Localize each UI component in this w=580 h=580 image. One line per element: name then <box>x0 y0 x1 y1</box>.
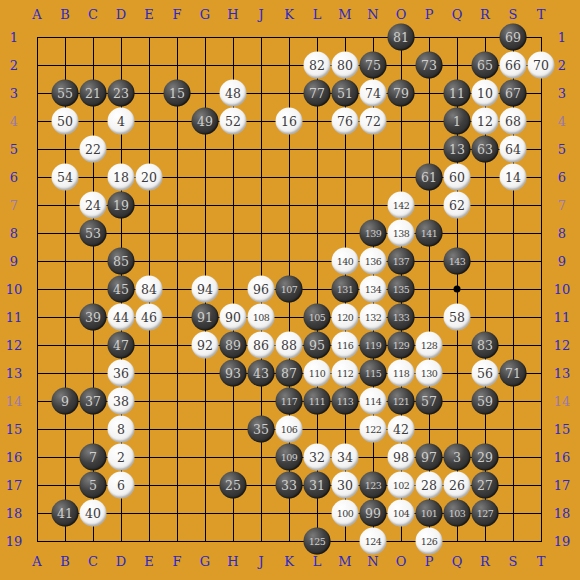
black-stone-83-R12: 83 <box>472 332 499 359</box>
row-label-right-2: 2 <box>558 59 566 72</box>
white-stone-12-R4: 12 <box>472 108 499 135</box>
white-stone-72-N4: 72 <box>360 108 387 135</box>
white-stone-2-D16: 2 <box>108 444 135 471</box>
black-stone-45-D10: 45 <box>108 276 135 303</box>
col-label-top-O: O <box>396 8 407 21</box>
black-stone-99-N18: 99 <box>360 500 387 527</box>
white-stone-36-D13: 36 <box>108 360 135 387</box>
col-label-top-J: J <box>258 8 263 21</box>
black-stone-75-N2: 75 <box>360 52 387 79</box>
black-stone-95-L12: 95 <box>304 332 331 359</box>
white-stone-88-K12: 88 <box>276 332 303 359</box>
white-stone-50-B4: 50 <box>52 108 79 135</box>
white-stone-140-M9: 140 <box>332 248 359 275</box>
row-label-right-8: 8 <box>558 227 566 240</box>
black-stone-137-O9: 137 <box>388 248 415 275</box>
white-stone-90-H11: 90 <box>220 304 247 331</box>
col-label-bottom-J: J <box>258 555 263 568</box>
white-stone-74-N3: 74 <box>360 80 387 107</box>
col-label-top-G: G <box>200 8 210 21</box>
col-label-top-F: F <box>172 8 181 21</box>
black-stone-89-H12: 89 <box>220 332 247 359</box>
row-label-left-14: 14 <box>6 395 23 408</box>
col-label-bottom-H: H <box>227 555 238 568</box>
black-stone-65-R2: 65 <box>472 52 499 79</box>
black-stone-43-J13: 43 <box>248 360 275 387</box>
white-stone-96-J10: 96 <box>248 276 275 303</box>
white-stone-62-Q7: 62 <box>444 192 471 219</box>
white-stone-48-H3: 48 <box>220 80 247 107</box>
col-label-top-C: C <box>88 8 98 21</box>
black-stone-59-R14: 59 <box>472 388 499 415</box>
white-stone-10-R3: 10 <box>472 80 499 107</box>
row-label-right-3: 3 <box>558 87 566 100</box>
row-label-left-12: 12 <box>6 339 23 352</box>
row-label-right-5: 5 <box>558 143 566 156</box>
row-label-left-15: 15 <box>6 423 23 436</box>
black-stone-61-P6: 61 <box>416 164 443 191</box>
white-stone-142-O7: 142 <box>388 192 415 219</box>
col-label-bottom-S: S <box>509 555 518 568</box>
black-stone-37-C14: 37 <box>80 388 107 415</box>
white-stone-8-D15: 8 <box>108 416 135 443</box>
black-stone-71-S13: 71 <box>500 360 527 387</box>
col-label-bottom-E: E <box>144 555 154 568</box>
black-stone-31-L17: 31 <box>304 472 331 499</box>
black-stone-97-P16: 97 <box>416 444 443 471</box>
white-stone-82-L2: 82 <box>304 52 331 79</box>
row-label-right-6: 6 <box>558 171 566 184</box>
col-label-bottom-R: R <box>480 555 490 568</box>
black-stone-33-K17: 33 <box>276 472 303 499</box>
row-label-left-17: 17 <box>6 479 23 492</box>
white-stone-94-G10: 94 <box>192 276 219 303</box>
white-stone-80-M2: 80 <box>332 52 359 79</box>
black-stone-87-K13: 87 <box>276 360 303 387</box>
row-label-right-19: 19 <box>554 535 571 548</box>
row-label-left-2: 2 <box>10 59 18 72</box>
white-stone-26-Q17: 26 <box>444 472 471 499</box>
col-label-bottom-D: D <box>116 555 126 568</box>
row-label-left-9: 9 <box>10 255 18 268</box>
white-stone-16-K4: 16 <box>276 108 303 135</box>
row-label-left-18: 18 <box>6 507 23 520</box>
row-label-right-4: 4 <box>558 115 566 128</box>
white-stone-102-O17: 102 <box>388 472 415 499</box>
row-label-right-13: 13 <box>554 367 571 380</box>
white-stone-38-D14: 38 <box>108 388 135 415</box>
white-stone-110-L13: 110 <box>304 360 331 387</box>
black-stone-113-M14: 113 <box>332 388 359 415</box>
black-stone-111-L14: 111 <box>304 388 331 415</box>
black-stone-39-C11: 39 <box>80 304 107 331</box>
row-label-right-16: 16 <box>554 451 571 464</box>
col-label-top-S: S <box>509 8 518 21</box>
white-stone-32-L16: 32 <box>304 444 331 471</box>
white-stone-70-T2: 70 <box>528 52 555 79</box>
row-label-right-15: 15 <box>554 423 571 436</box>
white-stone-134-N10: 134 <box>360 276 387 303</box>
black-stone-1-Q4: 1 <box>444 108 471 135</box>
white-stone-98-O16: 98 <box>388 444 415 471</box>
black-stone-77-L3: 77 <box>304 80 331 107</box>
row-label-right-17: 17 <box>554 479 571 492</box>
white-stone-104-O18: 104 <box>388 500 415 527</box>
col-label-bottom-K: K <box>284 555 294 568</box>
col-label-top-D: D <box>116 8 126 21</box>
black-stone-11-Q3: 11 <box>444 80 471 107</box>
white-stone-112-M13: 112 <box>332 360 359 387</box>
white-stone-56-R13: 56 <box>472 360 499 387</box>
black-stone-51-M3: 51 <box>332 80 359 107</box>
black-stone-9-B14: 9 <box>52 388 79 415</box>
white-stone-66-S2: 66 <box>500 52 527 79</box>
col-label-top-L: L <box>313 8 322 21</box>
white-stone-24-C7: 24 <box>80 192 107 219</box>
white-stone-86-J12: 86 <box>248 332 275 359</box>
white-stone-118-O13: 118 <box>388 360 415 387</box>
row-label-right-1: 1 <box>558 31 566 44</box>
white-stone-120-M11: 120 <box>332 304 359 331</box>
go-board[interactable]: AABBCCDDEEFFGGHHJJKKLLMMNNOOPPQQRRSSTT11… <box>0 0 580 580</box>
col-label-top-M: M <box>338 8 351 21</box>
black-stone-63-R5: 63 <box>472 136 499 163</box>
row-label-left-4: 4 <box>10 115 18 128</box>
white-stone-138-O8: 138 <box>388 220 415 247</box>
white-stone-4-D4: 4 <box>108 108 135 135</box>
black-stone-13-Q5: 13 <box>444 136 471 163</box>
col-label-top-H: H <box>227 8 238 21</box>
black-stone-93-H13: 93 <box>220 360 247 387</box>
white-stone-18-D6: 18 <box>108 164 135 191</box>
col-label-top-R: R <box>480 8 490 21</box>
black-stone-3-Q16: 3 <box>444 444 471 471</box>
white-stone-28-P17: 28 <box>416 472 443 499</box>
black-stone-85-D9: 85 <box>108 248 135 275</box>
white-stone-130-P13: 130 <box>416 360 443 387</box>
col-label-bottom-F: F <box>172 555 181 568</box>
col-label-bottom-C: C <box>88 555 98 568</box>
white-stone-92-G12: 92 <box>192 332 219 359</box>
black-stone-69-S1: 69 <box>500 24 527 51</box>
black-stone-125-L19: 125 <box>304 528 331 555</box>
col-label-top-K: K <box>284 8 294 21</box>
white-stone-14-S6: 14 <box>500 164 527 191</box>
black-stone-141-P8: 141 <box>416 220 443 247</box>
white-stone-122-N15: 122 <box>360 416 387 443</box>
black-stone-73-P2: 73 <box>416 52 443 79</box>
white-stone-40-C18: 40 <box>80 500 107 527</box>
white-stone-108-J11: 108 <box>248 304 275 331</box>
col-label-bottom-O: O <box>396 555 407 568</box>
black-stone-41-B18: 41 <box>52 500 79 527</box>
hoshi-point-Q10 <box>454 286 461 293</box>
row-label-right-12: 12 <box>554 339 571 352</box>
black-stone-91-G11: 91 <box>192 304 219 331</box>
white-stone-6-D17: 6 <box>108 472 135 499</box>
black-stone-15-F3: 15 <box>164 80 191 107</box>
col-label-bottom-A: A <box>32 555 41 568</box>
black-stone-105-L11: 105 <box>304 304 331 331</box>
row-label-right-18: 18 <box>554 507 571 520</box>
row-label-left-13: 13 <box>6 367 23 380</box>
col-label-top-P: P <box>425 8 434 21</box>
black-stone-133-O11: 133 <box>388 304 415 331</box>
white-stone-52-H4: 52 <box>220 108 247 135</box>
row-label-right-11: 11 <box>554 311 571 324</box>
black-stone-79-O3: 79 <box>388 80 415 107</box>
black-stone-23-D3: 23 <box>108 80 135 107</box>
row-label-left-3: 3 <box>10 87 18 100</box>
row-label-right-9: 9 <box>558 255 566 268</box>
black-stone-143-Q9: 143 <box>444 248 471 275</box>
row-label-left-11: 11 <box>6 311 23 324</box>
row-label-right-10: 10 <box>554 283 571 296</box>
black-stone-129-O12: 129 <box>388 332 415 359</box>
row-label-left-7: 7 <box>10 199 18 212</box>
white-stone-84-E10: 84 <box>136 276 163 303</box>
black-stone-109-K16: 109 <box>276 444 303 471</box>
col-label-bottom-B: B <box>60 555 70 568</box>
col-label-bottom-T: T <box>537 555 546 568</box>
black-stone-47-D12: 47 <box>108 332 135 359</box>
black-stone-139-N8: 139 <box>360 220 387 247</box>
row-label-left-5: 5 <box>10 143 18 156</box>
black-stone-19-D7: 19 <box>108 192 135 219</box>
black-stone-117-K14: 117 <box>276 388 303 415</box>
row-label-left-6: 6 <box>10 171 18 184</box>
black-stone-25-H17: 25 <box>220 472 247 499</box>
white-stone-124-N19: 124 <box>360 528 387 555</box>
black-stone-115-N13: 115 <box>360 360 387 387</box>
black-stone-135-O10: 135 <box>388 276 415 303</box>
col-label-top-A: A <box>32 8 41 21</box>
white-stone-60-Q6: 60 <box>444 164 471 191</box>
white-stone-42-O15: 42 <box>388 416 415 443</box>
white-stone-132-N11: 132 <box>360 304 387 331</box>
white-stone-54-B6: 54 <box>52 164 79 191</box>
row-label-left-8: 8 <box>10 227 18 240</box>
col-label-top-Q: Q <box>452 8 463 21</box>
black-stone-53-C8: 53 <box>80 220 107 247</box>
row-label-left-1: 1 <box>10 31 18 44</box>
black-stone-7-C16: 7 <box>80 444 107 471</box>
black-stone-35-J15: 35 <box>248 416 275 443</box>
white-stone-30-M17: 30 <box>332 472 359 499</box>
white-stone-126-P19: 126 <box>416 528 443 555</box>
white-stone-34-M16: 34 <box>332 444 359 471</box>
black-stone-27-R17: 27 <box>472 472 499 499</box>
row-label-left-16: 16 <box>6 451 23 464</box>
white-stone-76-M4: 76 <box>332 108 359 135</box>
black-stone-131-M10: 131 <box>332 276 359 303</box>
white-stone-44-D11: 44 <box>108 304 135 331</box>
black-stone-55-B3: 55 <box>52 80 79 107</box>
white-stone-136-N9: 136 <box>360 248 387 275</box>
black-stone-21-C3: 21 <box>80 80 107 107</box>
col-label-top-N: N <box>367 8 378 21</box>
black-stone-127-R18: 127 <box>472 500 499 527</box>
white-stone-22-C5: 22 <box>80 136 107 163</box>
black-stone-5-C17: 5 <box>80 472 107 499</box>
black-stone-101-P18: 101 <box>416 500 443 527</box>
col-label-bottom-M: M <box>338 555 351 568</box>
black-stone-57-P14: 57 <box>416 388 443 415</box>
white-stone-46-E11: 46 <box>136 304 163 331</box>
col-label-bottom-P: P <box>425 555 434 568</box>
white-stone-68-S4: 68 <box>500 108 527 135</box>
white-stone-116-M12: 116 <box>332 332 359 359</box>
black-stone-67-S3: 67 <box>500 80 527 107</box>
row-label-left-10: 10 <box>6 283 23 296</box>
col-label-bottom-Q: Q <box>452 555 463 568</box>
white-stone-20-E6: 20 <box>136 164 163 191</box>
black-stone-119-N12: 119 <box>360 332 387 359</box>
col-label-bottom-L: L <box>313 555 322 568</box>
black-stone-123-N17: 123 <box>360 472 387 499</box>
white-stone-58-Q11: 58 <box>444 304 471 331</box>
white-stone-128-P12: 128 <box>416 332 443 359</box>
col-label-top-T: T <box>537 8 546 21</box>
row-label-left-19: 19 <box>6 535 23 548</box>
black-stone-81-O1: 81 <box>388 24 415 51</box>
white-stone-64-S5: 64 <box>500 136 527 163</box>
row-label-right-14: 14 <box>554 395 571 408</box>
col-label-bottom-G: G <box>200 555 210 568</box>
col-label-top-E: E <box>144 8 154 21</box>
black-stone-29-R16: 29 <box>472 444 499 471</box>
col-label-top-B: B <box>60 8 70 21</box>
col-label-bottom-N: N <box>367 555 378 568</box>
black-stone-103-Q18: 103 <box>444 500 471 527</box>
black-stone-121-O14: 121 <box>388 388 415 415</box>
white-stone-106-K15: 106 <box>276 416 303 443</box>
row-label-right-7: 7 <box>558 199 566 212</box>
white-stone-100-M18: 100 <box>332 500 359 527</box>
black-stone-107-K10: 107 <box>276 276 303 303</box>
white-stone-114-N14: 114 <box>360 388 387 415</box>
black-stone-49-G4: 49 <box>192 108 219 135</box>
